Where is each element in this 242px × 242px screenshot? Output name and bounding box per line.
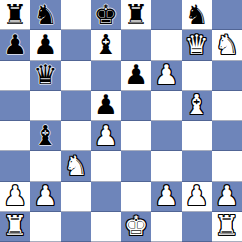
square-e4[interactable] bbox=[121, 121, 151, 151]
square-e2[interactable] bbox=[121, 182, 151, 212]
square-b7[interactable]: ♟ bbox=[30, 30, 60, 60]
square-h1[interactable]: ♜ bbox=[212, 212, 242, 242]
black-pawn-b7[interactable]: ♟ bbox=[33, 31, 57, 58]
square-c5[interactable] bbox=[61, 91, 91, 121]
square-c6[interactable] bbox=[61, 61, 91, 91]
white-pawn-f2[interactable]: ♟ bbox=[154, 182, 178, 209]
white-pawn-a2[interactable]: ♟ bbox=[3, 182, 27, 209]
square-h5[interactable] bbox=[212, 91, 242, 121]
square-d4[interactable]: ♟ bbox=[91, 121, 121, 151]
square-c1[interactable] bbox=[61, 212, 91, 242]
square-e1[interactable]: ♚ bbox=[121, 212, 151, 242]
square-a1[interactable]: ♜ bbox=[0, 212, 30, 242]
square-b4[interactable]: ♝ bbox=[30, 121, 60, 151]
square-e3[interactable] bbox=[121, 151, 151, 181]
square-h4[interactable] bbox=[212, 121, 242, 151]
white-king-e1[interactable]: ♚ bbox=[124, 212, 148, 239]
square-g7[interactable]: ♛ bbox=[182, 30, 212, 60]
black-knight-b8[interactable]: ♞ bbox=[33, 1, 57, 28]
black-pawn-e6[interactable]: ♟ bbox=[124, 61, 148, 88]
square-a5[interactable] bbox=[0, 91, 30, 121]
black-king-d8[interactable]: ♚ bbox=[94, 1, 118, 28]
square-b6[interactable]: ♛ bbox=[30, 61, 60, 91]
square-f6[interactable]: ♟ bbox=[151, 61, 181, 91]
square-e7[interactable] bbox=[121, 30, 151, 60]
square-h2[interactable]: ♟ bbox=[212, 182, 242, 212]
square-g4[interactable] bbox=[182, 121, 212, 151]
square-h8[interactable] bbox=[212, 0, 242, 30]
black-queen-b6[interactable]: ♛ bbox=[33, 61, 57, 88]
black-pawn-a7[interactable]: ♟ bbox=[3, 31, 27, 58]
white-pawn-d4[interactable]: ♟ bbox=[94, 122, 118, 149]
chess-board[interactable]: ♜♞♚♜♞♟♟♝♛♞♛♟♟♟♝♝♟♞♟♟♟♟♟♜♚♜ bbox=[0, 0, 242, 242]
black-rook-a8[interactable]: ♜ bbox=[3, 1, 27, 28]
square-h6[interactable] bbox=[212, 61, 242, 91]
square-g3[interactable] bbox=[182, 151, 212, 181]
square-d1[interactable] bbox=[91, 212, 121, 242]
square-g5[interactable]: ♝ bbox=[182, 91, 212, 121]
square-b3[interactable] bbox=[30, 151, 60, 181]
black-bishop-d7[interactable]: ♝ bbox=[94, 31, 118, 58]
square-b1[interactable] bbox=[30, 212, 60, 242]
square-d2[interactable] bbox=[91, 182, 121, 212]
square-f2[interactable]: ♟ bbox=[151, 182, 181, 212]
black-pawn-d5[interactable]: ♟ bbox=[94, 91, 118, 118]
square-e6[interactable]: ♟ bbox=[121, 61, 151, 91]
white-pawn-g2[interactable]: ♟ bbox=[185, 182, 209, 209]
square-b5[interactable] bbox=[30, 91, 60, 121]
square-e8[interactable]: ♜ bbox=[121, 0, 151, 30]
square-f8[interactable] bbox=[151, 0, 181, 30]
white-queen-g7[interactable]: ♛ bbox=[185, 31, 209, 58]
square-c7[interactable] bbox=[61, 30, 91, 60]
square-d8[interactable]: ♚ bbox=[91, 0, 121, 30]
white-pawn-b2[interactable]: ♟ bbox=[33, 182, 57, 209]
square-d6[interactable] bbox=[91, 61, 121, 91]
square-d3[interactable] bbox=[91, 151, 121, 181]
square-c8[interactable] bbox=[61, 0, 91, 30]
white-rook-h1[interactable]: ♜ bbox=[215, 212, 239, 239]
white-knight-h7[interactable]: ♞ bbox=[215, 31, 239, 58]
square-b8[interactable]: ♞ bbox=[30, 0, 60, 30]
square-h3[interactable] bbox=[212, 151, 242, 181]
square-f5[interactable] bbox=[151, 91, 181, 121]
square-a2[interactable]: ♟ bbox=[0, 182, 30, 212]
square-d7[interactable]: ♝ bbox=[91, 30, 121, 60]
white-pawn-h2[interactable]: ♟ bbox=[215, 182, 239, 209]
square-a3[interactable] bbox=[0, 151, 30, 181]
square-g6[interactable] bbox=[182, 61, 212, 91]
square-f7[interactable] bbox=[151, 30, 181, 60]
square-b2[interactable]: ♟ bbox=[30, 182, 60, 212]
square-f4[interactable] bbox=[151, 121, 181, 151]
square-a7[interactable]: ♟ bbox=[0, 30, 30, 60]
square-g8[interactable]: ♞ bbox=[182, 0, 212, 30]
square-d5[interactable]: ♟ bbox=[91, 91, 121, 121]
square-a8[interactable]: ♜ bbox=[0, 0, 30, 30]
square-c2[interactable] bbox=[61, 182, 91, 212]
square-c3[interactable]: ♞ bbox=[61, 151, 91, 181]
white-knight-c3[interactable]: ♞ bbox=[64, 152, 88, 179]
black-rook-e8[interactable]: ♜ bbox=[124, 1, 148, 28]
square-f3[interactable] bbox=[151, 151, 181, 181]
square-h7[interactable]: ♞ bbox=[212, 30, 242, 60]
square-f1[interactable] bbox=[151, 212, 181, 242]
white-pawn-f6[interactable]: ♟ bbox=[154, 61, 178, 88]
black-bishop-b4[interactable]: ♝ bbox=[33, 122, 57, 149]
square-g1[interactable] bbox=[182, 212, 212, 242]
square-e5[interactable] bbox=[121, 91, 151, 121]
square-c4[interactable] bbox=[61, 121, 91, 151]
white-rook-a1[interactable]: ♜ bbox=[3, 212, 27, 239]
square-a4[interactable] bbox=[0, 121, 30, 151]
white-bishop-g5[interactable]: ♝ bbox=[185, 91, 209, 118]
square-a6[interactable] bbox=[0, 61, 30, 91]
square-g2[interactable]: ♟ bbox=[182, 182, 212, 212]
black-knight-g8[interactable]: ♞ bbox=[185, 1, 209, 28]
